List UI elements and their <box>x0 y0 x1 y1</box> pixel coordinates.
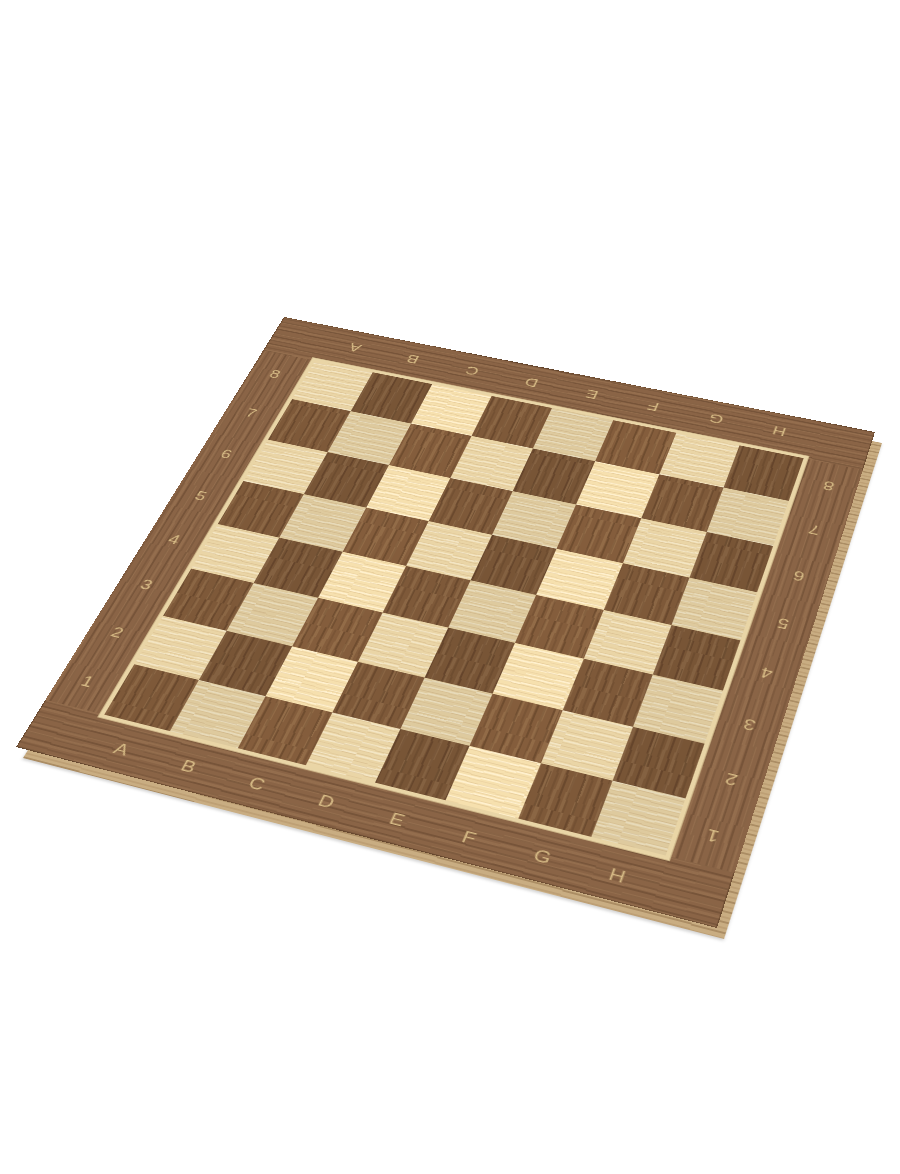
photo-background: ABCDEFGH 87654321 87654321 ABCDEFGH <box>0 0 900 1174</box>
chessboard: ABCDEFGH 87654321 87654321 ABCDEFGH <box>16 317 875 928</box>
